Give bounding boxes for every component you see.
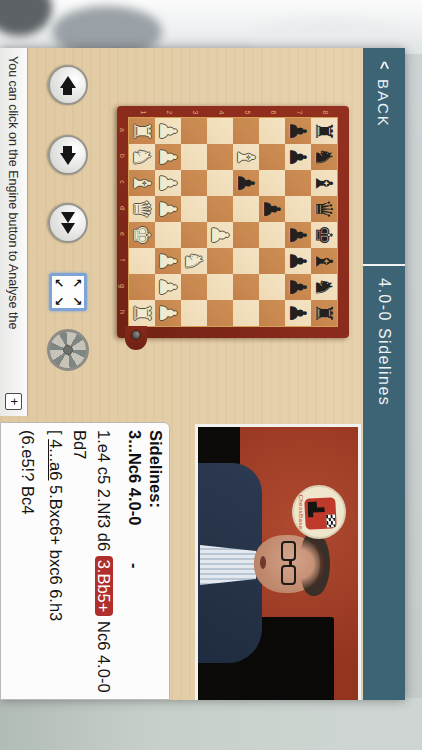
square-g7[interactable]: ♟ — [285, 274, 311, 300]
square-d8[interactable]: ♛ — [311, 196, 337, 222]
move-token[interactable]: [ — [47, 430, 65, 439]
move-token[interactable]: 4...a6 — [47, 439, 65, 480]
square-e5[interactable] — [233, 222, 259, 248]
notation-result-dash: - — [124, 563, 145, 569]
square-e3[interactable] — [181, 222, 207, 248]
piece-white-p-g2[interactable]: ♟ — [155, 274, 181, 300]
square-f3[interactable]: ♞ — [181, 248, 207, 274]
square-a7[interactable]: ♟ — [285, 118, 311, 144]
next-move-button[interactable] — [48, 135, 88, 175]
square-f4[interactable] — [207, 248, 233, 274]
square-e2[interactable] — [155, 222, 181, 248]
rank-label-1: 1 — [130, 109, 156, 116]
last-move-button[interactable] — [48, 203, 88, 243]
back-button[interactable]: < BACK — [374, 48, 394, 264]
logo-piece-shape — [307, 501, 325, 518]
square-a1[interactable]: ♜ — [129, 118, 155, 144]
square-b7[interactable]: ♟ — [285, 144, 311, 170]
square-d4[interactable] — [207, 196, 233, 222]
square-a8[interactable]: ♜ — [311, 118, 337, 144]
piece-white-r-a1[interactable]: ♜ — [129, 118, 155, 144]
square-h7[interactable]: ♟ — [285, 300, 311, 326]
double-arrow-right-icon — [61, 212, 75, 223]
file-label-c: c — [119, 169, 126, 195]
square-g6[interactable] — [259, 274, 285, 300]
rank-label-6: 6 — [260, 109, 286, 116]
back-label: BACK — [376, 79, 393, 128]
square-b5[interactable]: ♝ — [233, 144, 259, 170]
move-token[interactable]: 5.Bxc6+ bxc6 6.h3 — [47, 480, 65, 621]
square-e8[interactable]: ♚ — [311, 222, 337, 248]
piece-white-k-e1[interactable]: ♚ — [129, 222, 155, 248]
piece-white-p-e4[interactable]: ♟ — [207, 222, 233, 248]
expand-board-button[interactable]: ↖↗↙↘ — [49, 273, 87, 311]
piece-black-b-f8[interactable]: ♝ — [311, 248, 337, 274]
square-h5[interactable] — [233, 300, 259, 326]
board-grid: ♜♞♝♛♚♝♞♜♟♟♟♟♟♟♟♝♟♟♞♟♟♟♟♟♟♟♜♞♝♛♚♜ — [128, 117, 338, 327]
square-b1[interactable]: ♞ — [129, 144, 155, 170]
logo-red-square — [304, 497, 337, 530]
square-g3[interactable] — [181, 274, 207, 300]
background-photo-top — [0, 0, 422, 54]
main-area: ♜♞♝♛♚♝♞♜♟♟♟♟♟♟♟♝♟♟♞♟♟♟♟♟♟♟♜♞♝♛♚♜ abcdefg… — [0, 48, 363, 700]
square-f8[interactable]: ♝ — [311, 248, 337, 274]
blurred-chess-piece — [0, 0, 52, 36]
square-h6[interactable] — [259, 300, 285, 326]
board-frame-tab — [125, 326, 147, 350]
piece-black-p-a7[interactable]: ♟ — [285, 118, 311, 144]
notation-header-line1: Sidelines: — [145, 430, 166, 699]
logo-brand-text: ChessBase — [298, 487, 304, 537]
file-label-e: e — [119, 221, 126, 247]
square-a3[interactable] — [181, 118, 207, 144]
expand-arrows-icon: ↘ — [53, 296, 65, 306]
move-line-2: Bd7 — [68, 430, 92, 699]
file-label-h: h — [119, 299, 126, 325]
square-a6[interactable] — [259, 118, 285, 144]
square-c6[interactable] — [259, 170, 285, 196]
square-c1[interactable]: ♝ — [129, 170, 155, 196]
piece-black-p-h7[interactable]: ♟ — [285, 300, 311, 326]
arrow-right-icon — [60, 153, 76, 165]
square-g2[interactable]: ♟ — [155, 274, 181, 300]
square-f6[interactable] — [259, 248, 285, 274]
square-d7[interactable] — [285, 196, 311, 222]
piece-white-p-f2[interactable]: ♟ — [155, 248, 181, 274]
notation-header-variation: 3...Nc6 4.0-0 — [126, 430, 144, 525]
square-c2[interactable]: ♟ — [155, 170, 181, 196]
square-f2[interactable]: ♟ — [155, 248, 181, 274]
piece-white-n-f3[interactable]: ♞ — [181, 248, 207, 274]
square-d5[interactable] — [233, 196, 259, 222]
square-h1[interactable]: ♜ — [129, 300, 155, 326]
expand-arrows-icon: ↙ — [53, 278, 65, 288]
rank-label-4: 4 — [208, 109, 234, 116]
back-chevron-icon: < — [374, 61, 394, 71]
hint-bar: You can click on the Engine button to An… — [0, 48, 28, 416]
previous-move-button[interactable] — [48, 65, 88, 105]
piece-white-p-b2[interactable]: ♟ — [155, 144, 181, 170]
square-e1[interactable]: ♚ — [129, 222, 155, 248]
chess-app-screenshot: < BACK 4.0-0 Sidelines ♜♞♝♛♚♝♞♜♟♟♟♟♟♟♟♝♟… — [0, 48, 405, 700]
square-e4[interactable]: ♟ — [207, 222, 233, 248]
square-g4[interactable] — [207, 274, 233, 300]
piece-black-r-h8[interactable]: ♜ — [311, 300, 337, 326]
glasses-lens — [281, 541, 296, 561]
square-d6[interactable]: ♟ — [259, 196, 285, 222]
file-label-g: g — [119, 273, 126, 299]
square-f5[interactable] — [233, 248, 259, 274]
move-token[interactable]: (6.e5!? Bc4 — [19, 430, 37, 514]
square-h3[interactable] — [181, 300, 207, 326]
notation-header-line2: 3...Nc6 4.0-0 - — [124, 430, 145, 699]
piece-white-b-b5[interactable]: ♝ — [233, 144, 259, 170]
square-g5[interactable] — [233, 274, 259, 300]
square-a2[interactable]: ♟ — [155, 118, 181, 144]
double-arrow-right-icon — [61, 223, 75, 234]
piece-black-r-a8[interactable]: ♜ — [311, 118, 337, 144]
fan-icon — [63, 345, 73, 355]
piece-black-p-d6[interactable]: ♟ — [259, 196, 285, 222]
piece-black-b-c8[interactable]: ♝ — [311, 170, 337, 196]
rank-label-2: 2 — [156, 109, 182, 116]
expand-arrows-icon: ↖ — [71, 278, 83, 288]
square-f7[interactable]: ♟ — [285, 248, 311, 274]
square-d3[interactable] — [181, 196, 207, 222]
notation-panel: Sidelines: 3...Nc6 4.0-0 - 1.e4 c5 2.Nf3… — [0, 422, 170, 700]
square-c4[interactable] — [207, 170, 233, 196]
square-f1[interactable] — [129, 248, 155, 274]
piece-black-p-f7[interactable]: ♟ — [285, 248, 311, 274]
piece-white-p-a2[interactable]: ♟ — [155, 118, 181, 144]
square-h4[interactable] — [207, 300, 233, 326]
expand-arrows-icon: ↗ — [71, 296, 83, 306]
background-photo-bottom — [0, 698, 422, 750]
page-title: 4.0-0 Sidelines — [375, 266, 393, 406]
piece-black-n-b8[interactable]: ♞ — [311, 144, 337, 170]
rank-label-7: 7 — [286, 109, 312, 116]
square-c7[interactable] — [285, 170, 311, 196]
board-knob — [131, 330, 141, 340]
square-a4[interactable] — [207, 118, 233, 144]
piece-black-n-g8[interactable]: ♞ — [311, 274, 337, 300]
piece-white-r-h1[interactable]: ♜ — [129, 300, 155, 326]
move-line-3: [ 4...a6 5.Bxc6+ bxc6 6.h3 — [44, 430, 68, 699]
square-b3[interactable] — [181, 144, 207, 170]
hint-text: You can click on the Engine button to An… — [7, 48, 21, 389]
piece-black-k-e8[interactable]: ♚ — [311, 222, 337, 248]
square-d1[interactable]: ♛ — [129, 196, 155, 222]
video-player[interactable]: ChessBase — [195, 424, 361, 700]
add-button[interactable]: + — [5, 393, 22, 410]
square-h2[interactable]: ♟ — [155, 300, 181, 326]
piece-white-n-b1[interactable]: ♞ — [129, 144, 155, 170]
piece-black-p-g7[interactable]: ♟ — [285, 274, 311, 300]
piece-black-p-b7[interactable]: ♟ — [285, 144, 311, 170]
piece-black-p-c5[interactable]: ♟ — [233, 170, 259, 196]
square-c5[interactable]: ♟ — [233, 170, 259, 196]
arrow-left-icon — [60, 76, 76, 88]
move-token[interactable]: Nc6 4.0-0 — [95, 616, 113, 692]
square-a5[interactable] — [233, 118, 259, 144]
glasses-lens — [281, 565, 296, 585]
presenter-hair — [300, 532, 330, 596]
arrow-stem — [64, 146, 73, 153]
piece-white-q-d1[interactable]: ♛ — [129, 196, 155, 222]
current-move[interactable]: 3.Bb5+ — [95, 556, 113, 617]
square-h8[interactable]: ♜ — [311, 300, 337, 326]
navigation-bar: < BACK 4.0-0 Sidelines — [363, 48, 405, 700]
square-g8[interactable]: ♞ — [311, 274, 337, 300]
square-b8[interactable]: ♞ — [311, 144, 337, 170]
square-c3[interactable] — [181, 170, 207, 196]
square-d2[interactable]: ♟ — [155, 196, 181, 222]
square-b2[interactable]: ♟ — [155, 144, 181, 170]
square-c8[interactable]: ♝ — [311, 170, 337, 196]
piece-white-b-c1[interactable]: ♝ — [129, 170, 155, 196]
square-g1[interactable] — [129, 274, 155, 300]
move-line-4: (6.e5!? Bc4 — [16, 430, 40, 699]
engine-button[interactable] — [47, 329, 89, 371]
glasses-bridge — [290, 560, 293, 566]
presenter-mouth — [260, 556, 266, 569]
file-label-a: a — [119, 117, 126, 143]
square-b4[interactable] — [207, 144, 233, 170]
piece-black-q-d8[interactable]: ♛ — [311, 196, 337, 222]
blurred-chess-piece — [52, 6, 162, 54]
chessbase-logo: ChessBase — [292, 485, 346, 539]
file-label-d: d — [119, 195, 126, 221]
piece-white-p-c2[interactable]: ♟ — [155, 170, 181, 196]
presenter-shirt — [200, 545, 256, 585]
logo-checker-pattern — [326, 514, 336, 527]
rank-label-3: 3 — [182, 109, 208, 116]
square-e7[interactable]: ♟ — [285, 222, 311, 248]
moves-list: 1.e4 c5 2.Nf3 d6 3.Bb5+ Nc6 4.0-0Bd7[ 4.… — [16, 430, 116, 699]
move-token[interactable]: 1.e4 c5 2.Nf3 d6 — [95, 430, 113, 556]
file-label-f: f — [119, 247, 126, 273]
rank-label-8: 8 — [312, 109, 338, 116]
arrow-stem — [64, 88, 73, 95]
piece-white-p-h2[interactable]: ♟ — [155, 300, 181, 326]
piece-white-p-d2[interactable]: ♟ — [155, 196, 181, 222]
square-e6[interactable] — [259, 222, 285, 248]
square-b6[interactable] — [259, 144, 285, 170]
move-token[interactable]: Bd7 — [71, 430, 89, 459]
file-label-b: b — [119, 143, 126, 169]
chess-board[interactable]: ♜♞♝♛♚♝♞♜♟♟♟♟♟♟♟♝♟♟♞♟♟♟♟♟♟♟♜♞♝♛♚♜ abcdefg… — [117, 106, 349, 338]
rank-label-5: 5 — [234, 109, 260, 116]
piece-black-p-e7[interactable]: ♟ — [285, 222, 311, 248]
presenter-glasses — [278, 539, 296, 591]
move-line-1: 1.e4 c5 2.Nf3 d6 3.Bb5+ Nc6 4.0-0 — [92, 430, 116, 699]
